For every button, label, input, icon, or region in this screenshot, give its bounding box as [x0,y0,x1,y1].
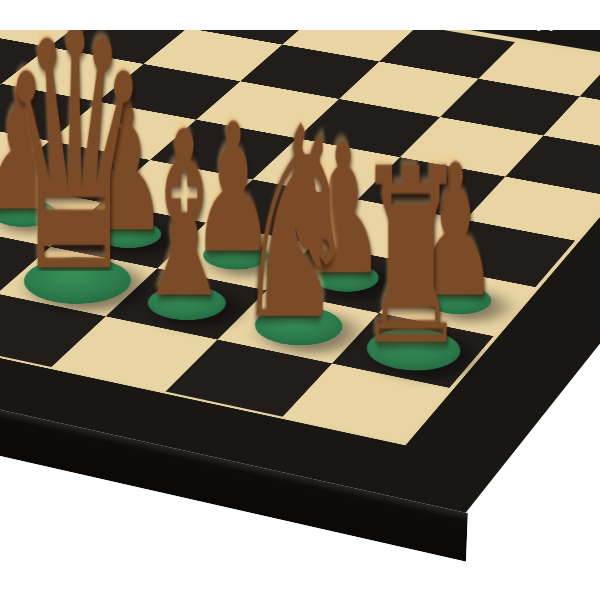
piece-glyph: ♜ [150,136,600,378]
photo-white-margin [0,0,600,30]
chess-board: ♛♝♞♜♟♟♟♟♟♔♕♗ [0,0,600,513]
chess-set-product-photo: ♛♝♞♜♟♟♟♟♟♔♕♗ [0,0,600,600]
